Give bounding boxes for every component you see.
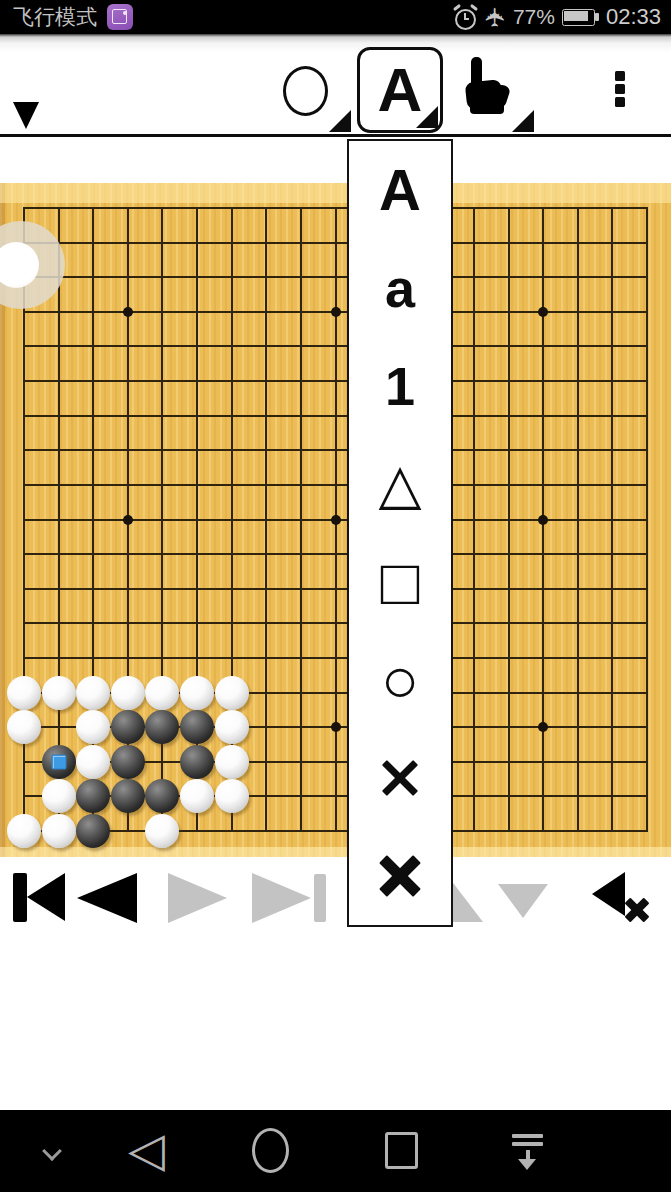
- star-point: [538, 307, 548, 317]
- marker-menu: Aa1△□○: [347, 139, 453, 927]
- label-tool-corner-icon: [416, 106, 438, 128]
- playback-bar: [0, 857, 671, 947]
- white-stone[interactable]: [76, 676, 110, 710]
- white-stone[interactable]: [215, 745, 249, 779]
- x-mark-glyph: [378, 756, 422, 800]
- status-bar: 飞行模式 ✈ 77% 02:33: [0, 0, 671, 34]
- marker-menu-item-x-mark[interactable]: [349, 729, 451, 827]
- black-stone[interactable]: [180, 710, 214, 744]
- white-stone[interactable]: [42, 779, 76, 813]
- go-board[interactable]: [0, 183, 671, 857]
- white-stone[interactable]: [7, 710, 41, 744]
- status-bar-right: ✈ 77% 02:33: [454, 0, 661, 34]
- black-stone[interactable]: [76, 814, 110, 848]
- move-marker-blue-square: [51, 754, 66, 769]
- battery-icon: [562, 9, 599, 26]
- grid-line: [23, 622, 648, 624]
- circle-tool-corner-icon: [329, 110, 351, 132]
- star-point: [331, 722, 341, 732]
- battery-percent: 77%: [513, 5, 555, 29]
- white-stone[interactable]: [215, 676, 249, 710]
- marker-menu-item-letter-upper[interactable]: A: [349, 141, 451, 239]
- grid-line: [473, 207, 475, 832]
- toolbar: A: [0, 34, 671, 137]
- hand-tool-button[interactable]: [464, 57, 514, 119]
- prev-move-button[interactable]: [77, 873, 137, 923]
- black-stone[interactable]: [111, 779, 145, 813]
- marker-menu-item-letter-lower[interactable]: a: [349, 239, 451, 337]
- black-stone[interactable]: [42, 745, 76, 779]
- white-stone[interactable]: [76, 745, 110, 779]
- grid-line: [23, 588, 648, 590]
- picture-dot: [123, 11, 127, 15]
- black-stone[interactable]: [111, 745, 145, 779]
- white-stone[interactable]: [215, 710, 249, 744]
- white-stone[interactable]: [111, 676, 145, 710]
- white-stone[interactable]: [145, 676, 179, 710]
- grid-line: [508, 207, 510, 832]
- speaker-icon: [592, 872, 625, 916]
- next-move-button[interactable]: [168, 873, 227, 923]
- star-point: [538, 722, 548, 732]
- black-stone[interactable]: [145, 779, 179, 813]
- marker-menu-item-x-mark-bold[interactable]: [349, 827, 451, 925]
- grid-line: [646, 207, 648, 832]
- go-app-screen: 飞行模式 ✈ 77% 02:33 A: [0, 0, 671, 1192]
- letter-lower-glyph: a: [385, 261, 415, 315]
- black-stone[interactable]: [111, 710, 145, 744]
- circle-glyph: ○: [381, 648, 420, 712]
- marker-menu-item-triangle[interactable]: △: [349, 435, 451, 533]
- variation-dropdown-icon[interactable]: [13, 102, 39, 129]
- star-point: [331, 307, 341, 317]
- number-glyph: 1: [385, 359, 415, 413]
- marker-menu-item-number[interactable]: 1: [349, 337, 451, 435]
- white-stone[interactable]: [76, 710, 110, 744]
- white-stone[interactable]: [7, 676, 41, 710]
- mute-x-icon: [623, 896, 650, 923]
- circle-tool-button[interactable]: [283, 66, 328, 116]
- hand-tool-corner-icon: [512, 110, 534, 132]
- nav-collapse-button[interactable]: [512, 1134, 543, 1174]
- airplane-icon: ✈: [482, 6, 508, 28]
- alarm-icon: [454, 5, 477, 29]
- triangle-glyph: △: [378, 456, 421, 512]
- nav-home-button[interactable]: [252, 1128, 289, 1173]
- marker-menu-item-square[interactable]: □: [349, 533, 451, 631]
- white-stone[interactable]: [145, 814, 179, 848]
- android-nav-bar: ◁: [0, 1110, 671, 1192]
- grid-line: [23, 657, 648, 659]
- black-stone[interactable]: [76, 779, 110, 813]
- screenshot-app-icon: [107, 4, 133, 30]
- white-stone[interactable]: [7, 814, 41, 848]
- marker-menu-item-circle[interactable]: ○: [349, 631, 451, 729]
- clock-time: 02:33: [606, 4, 661, 30]
- white-stone[interactable]: [42, 676, 76, 710]
- nav-back-button[interactable]: ◁: [128, 1122, 165, 1178]
- nav-recents-button[interactable]: [385, 1132, 418, 1169]
- grid-line: [23, 830, 648, 832]
- grid-line: [611, 207, 613, 832]
- star-point: [538, 515, 548, 525]
- star-point: [123, 515, 133, 525]
- black-stone[interactable]: [145, 710, 179, 744]
- star-point: [123, 307, 133, 317]
- hand-wrist: [470, 99, 504, 114]
- variation-down-button[interactable]: [498, 884, 548, 918]
- star-point: [331, 515, 341, 525]
- x-mark-bold-glyph: [376, 852, 424, 900]
- grid-line: [23, 553, 648, 555]
- overflow-menu-button[interactable]: [615, 71, 627, 109]
- hide-navbar-chevron-icon[interactable]: [42, 1141, 62, 1161]
- grid-line: [577, 207, 579, 832]
- white-stone[interactable]: [42, 814, 76, 848]
- square-glyph: □: [381, 550, 420, 614]
- letter-upper-glyph: A: [379, 161, 421, 219]
- black-stone[interactable]: [180, 745, 214, 779]
- white-stone[interactable]: [180, 779, 214, 813]
- white-stone[interactable]: [180, 676, 214, 710]
- airplane-mode-label: 飞行模式: [13, 3, 97, 31]
- white-stone[interactable]: [215, 779, 249, 813]
- label-tool-button[interactable]: A: [357, 47, 443, 133]
